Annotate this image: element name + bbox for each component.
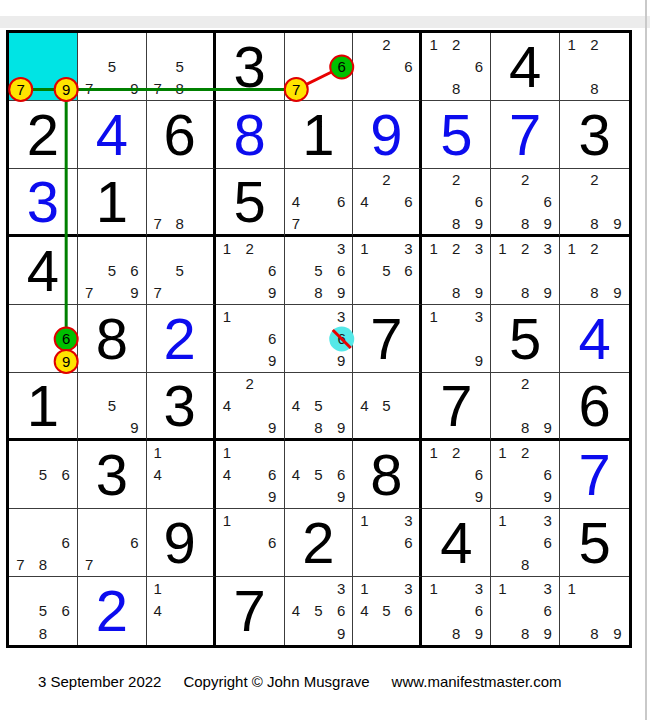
cell-r1c5[interactable] [285, 33, 354, 101]
candidate-slot [32, 350, 55, 372]
cell-r1c4[interactable]: 3 [216, 33, 285, 101]
cell-r6c8[interactable]: 289 [491, 373, 560, 441]
candidate-slot: 5 [101, 395, 124, 417]
candidate-slot [32, 33, 55, 55]
cell-r6c7[interactable]: 7 [422, 373, 491, 441]
candidate-slot [147, 622, 169, 645]
candidate-slot [54, 622, 77, 645]
candidate-slot: 8 [445, 622, 468, 645]
cell-r2c2[interactable]: 4 [78, 101, 147, 169]
candidate-slot [238, 305, 261, 327]
cell-r5c3[interactable]: 2 [147, 305, 216, 373]
candidate-slot [261, 509, 284, 531]
candidate-slot: 3 [397, 509, 419, 531]
cell-r8c3[interactable]: 9 [147, 509, 216, 577]
solved-digit: 3 [9, 169, 77, 234]
cell-r3c4[interactable]: 5 [216, 169, 285, 237]
candidate-slot [514, 531, 537, 553]
candidate-slot: 5 [32, 463, 55, 485]
cell-r3c6[interactable]: 246 [353, 169, 422, 237]
candidate-slot: 4 [285, 191, 308, 213]
cell-r7c3[interactable]: 14 [147, 441, 216, 509]
candidate-grid: 1269 [422, 441, 490, 508]
candidate-slot [191, 78, 213, 100]
candidate-slot: 9 [330, 282, 353, 304]
candidate-slot: 6 [123, 259, 146, 281]
solved-digit: 9 [353, 101, 419, 168]
candidate-slot [330, 441, 353, 463]
candidate-grid: 34569 [285, 577, 353, 645]
candidate-slot [560, 191, 583, 213]
candidate-slot [78, 55, 101, 77]
candidate-slot [216, 486, 239, 508]
given-digit: 6 [560, 373, 629, 438]
candidate-slot [583, 577, 606, 600]
given-digit: 1 [285, 101, 353, 168]
cell-r8c8[interactable]: 1368 [491, 509, 560, 577]
candidate-slot: 8 [583, 622, 606, 645]
candidate-slot [445, 191, 468, 213]
candidate-slot [123, 55, 146, 77]
cell-r6c5[interactable]: 4589 [285, 373, 354, 441]
candidate-slot [307, 191, 330, 213]
candidate-slot [514, 509, 537, 531]
candidate-slot: 3 [468, 577, 491, 600]
cell-r2c3[interactable]: 6 [147, 101, 216, 169]
candidate-slot [169, 237, 191, 259]
candidate-slot [397, 622, 419, 645]
candidate-slot [606, 577, 629, 600]
candidate-slot: 1 [216, 305, 239, 327]
candidate-slot: 6 [54, 531, 77, 553]
candidate-slot: 9 [330, 486, 353, 508]
candidate-slot: 9 [606, 622, 629, 645]
cell-r4c2[interactable]: 5679 [78, 237, 147, 305]
candidate-slot [583, 55, 606, 77]
cell-r3c1[interactable]: 3 [9, 169, 78, 237]
candidate-slot [560, 282, 583, 304]
candidate-slot: 1 [422, 441, 445, 463]
candidate-slot [78, 509, 101, 531]
candidate-slot [285, 416, 308, 438]
candidate-slot [330, 395, 353, 417]
cell-r9c6[interactable]: 13456 [353, 577, 422, 645]
candidate-slot [191, 441, 213, 463]
candidate-slot [147, 169, 169, 191]
candidate-slot [491, 282, 514, 304]
cell-r7c5[interactable]: 4569 [285, 441, 354, 509]
candidate-grid [285, 33, 353, 100]
candidate-slot [445, 577, 468, 600]
candidate-slot [536, 554, 559, 576]
candidate-slot [353, 554, 375, 576]
candidate-slot: 3 [397, 237, 419, 259]
candidate-slot: 1 [422, 305, 445, 327]
cell-r9c9[interactable]: 189 [560, 577, 629, 645]
candidate-slot [583, 259, 606, 281]
cell-r7c7[interactable]: 1269 [422, 441, 491, 509]
cell-r7c6[interactable]: 8 [353, 441, 422, 509]
cell-r5c8[interactable]: 5 [491, 305, 560, 373]
candidate-slot [445, 600, 468, 623]
candidate-slot [123, 33, 146, 55]
cell-r4c9[interactable]: 1289 [560, 237, 629, 305]
candidate-slot [285, 486, 308, 508]
candidate-slot: 9 [468, 622, 491, 645]
cell-r4c3[interactable]: 57 [147, 237, 216, 305]
cell-r2c6[interactable]: 9 [353, 101, 422, 169]
candidate-slot [169, 191, 191, 213]
candidate-slot: 1 [216, 509, 239, 531]
candidate-slot [32, 577, 55, 600]
candidate-slot: 6 [330, 463, 353, 485]
candidate-slot: 9 [261, 282, 284, 304]
candidate-slot: 1 [353, 577, 375, 600]
candidate-slot [491, 531, 514, 553]
candidate-slot [307, 212, 330, 234]
candidate-slot [445, 350, 468, 372]
candidate-slot [375, 531, 397, 553]
candidate-slot [491, 259, 514, 281]
cell-r5c2[interactable]: 8 [78, 305, 147, 373]
candidate-slot [536, 441, 559, 463]
candidate-slot [238, 486, 261, 508]
cell-r6c9[interactable]: 6 [560, 373, 629, 441]
candidate-slot [397, 395, 419, 417]
candidate-slot: 1 [147, 441, 169, 463]
cell-r4c7[interactable]: 12389 [422, 237, 491, 305]
cell-r1c1[interactable] [9, 33, 78, 101]
candidate-slot [422, 259, 445, 281]
candidate-slot [536, 395, 559, 417]
cell-r1c8[interactable]: 4 [491, 33, 560, 101]
candidate-slot [238, 282, 261, 304]
cell-r7c9[interactable]: 7 [560, 441, 629, 509]
cell-r8c1[interactable]: 678 [9, 509, 78, 577]
candidate-slot [468, 441, 491, 463]
candidate-slot: 6 [261, 327, 284, 349]
candidate-slot [54, 55, 77, 77]
cell-r2c7[interactable]: 5 [422, 101, 491, 169]
candidate-slot: 7 [9, 554, 32, 576]
candidate-grid: 467 [285, 169, 353, 234]
candidate-slot [169, 33, 191, 55]
candidate-slot [191, 55, 213, 77]
cell-r6c1[interactable]: 1 [9, 373, 78, 441]
candidate-slot: 3 [536, 237, 559, 259]
candidate-slot [9, 441, 32, 463]
candidate-slot: 8 [583, 78, 606, 100]
cell-r3c2[interactable]: 1 [78, 169, 147, 237]
candidate-grid: 78 [147, 169, 213, 234]
candidate-slot [353, 416, 375, 438]
candidate-slot [375, 577, 397, 600]
candidate-slot [32, 305, 55, 327]
candidate-slot [397, 282, 419, 304]
candidate-slot [353, 282, 375, 304]
candidate-slot: 3 [468, 305, 491, 327]
cell-r4c5[interactable]: 35689 [285, 237, 354, 305]
cell-r9c2[interactable]: 2 [78, 577, 147, 645]
cell-r2c9[interactable]: 3 [560, 101, 629, 169]
candidate-slot: 2 [238, 373, 261, 395]
candidate-slot [261, 237, 284, 259]
cell-r6c6[interactable]: 45 [353, 373, 422, 441]
cell-r8c2[interactable]: 67 [78, 509, 147, 577]
given-digit: 2 [9, 101, 77, 168]
cell-r7c1[interactable]: 56 [9, 441, 78, 509]
candidate-slot [9, 509, 32, 531]
candidate-grid: 12389 [422, 237, 490, 304]
candidate-slot: 6 [123, 531, 146, 553]
candidate-slot: 1 [422, 33, 445, 55]
candidate-slot [468, 78, 491, 100]
cell-r1c3[interactable]: 578 [147, 33, 216, 101]
cell-r5c9[interactable]: 4 [560, 305, 629, 373]
candidate-slot: 6 [54, 600, 77, 623]
candidate-slot: 9 [468, 486, 491, 508]
candidate-slot [32, 509, 55, 531]
candidate-slot [397, 33, 419, 55]
candidate-slot [307, 55, 330, 77]
cell-r5c7[interactable]: 139 [422, 305, 491, 373]
candidate-grid: 14 [147, 441, 213, 508]
cell-r7c2[interactable]: 3 [78, 441, 147, 509]
cell-r5c1[interactable] [9, 305, 78, 373]
candidate-slot: 6 [536, 531, 559, 553]
candidate-slot [216, 531, 239, 553]
candidate-slot [491, 416, 514, 438]
candidate-slot [101, 237, 124, 259]
candidate-grid: 13689 [491, 577, 559, 645]
candidate-slot: 6 [330, 191, 353, 213]
candidate-slot [491, 463, 514, 485]
candidate-slot: 7 [78, 282, 101, 304]
candidate-slot [54, 78, 77, 100]
cell-r4c6[interactable]: 1356 [353, 237, 422, 305]
candidate-slot: 5 [307, 463, 330, 485]
candidate-slot [514, 486, 537, 508]
page: 5795783261268412824681957331785467246268… [0, 0, 650, 720]
candidate-slot: 9 [330, 622, 353, 645]
candidate-slot: 1 [491, 441, 514, 463]
candidate-slot [101, 416, 124, 438]
candidate-grid: 139 [422, 305, 490, 372]
candidate-slot [78, 416, 101, 438]
cell-r3c9[interactable]: 289 [560, 169, 629, 237]
candidate-slot [261, 441, 284, 463]
candidate-slot: 4 [147, 463, 169, 485]
cell-r8c5[interactable]: 2 [285, 509, 354, 577]
candidate-slot: 8 [445, 212, 468, 234]
cell-r1c2[interactable]: 579 [78, 33, 147, 101]
candidate-slot: 9 [468, 282, 491, 304]
footer-date: 3 September 2022 [38, 673, 161, 690]
candidate-slot [606, 55, 629, 77]
candidate-slot [169, 282, 191, 304]
candidate-slot: 6 [536, 463, 559, 485]
candidate-slot: 9 [123, 78, 146, 100]
candidate-slot [307, 237, 330, 259]
candidate-slot: 8 [32, 554, 55, 576]
candidate-slot [583, 191, 606, 213]
candidate-slot [330, 169, 353, 191]
candidate-slot [261, 373, 284, 395]
cell-r3c8[interactable]: 2689 [491, 169, 560, 237]
candidate-slot [261, 305, 284, 327]
candidate-slot [216, 373, 239, 395]
given-digit: 5 [491, 305, 559, 372]
candidate-slot [147, 55, 169, 77]
candidate-slot [422, 78, 445, 100]
candidate-slot [491, 191, 514, 213]
candidate-slot [307, 486, 330, 508]
cell-r2c8[interactable]: 7 [491, 101, 560, 169]
cell-r6c3[interactable]: 3 [147, 373, 216, 441]
window-right-edge [645, 0, 647, 720]
candidate-grid: 4589 [285, 373, 353, 438]
candidate-slot [238, 441, 261, 463]
candidate-slot: 6 [397, 191, 419, 213]
given-digit: 5 [560, 509, 629, 576]
given-digit: 2 [285, 509, 353, 576]
cell-r1c7[interactable]: 1268 [422, 33, 491, 101]
candidate-slot [191, 622, 213, 645]
candidate-slot [307, 305, 330, 327]
cell-r2c5[interactable]: 1 [285, 101, 354, 169]
cell-r8c4[interactable]: 16 [216, 509, 285, 577]
candidate-slot [536, 169, 559, 191]
cell-r3c5[interactable]: 467 [285, 169, 354, 237]
candidate-slot [191, 282, 213, 304]
cell-r7c4[interactable]: 1469 [216, 441, 285, 509]
cell-r5c5[interactable]: 39 [285, 305, 354, 373]
candidate-slot [285, 237, 308, 259]
candidate-slot [191, 600, 213, 623]
candidate-slot: 7 [147, 282, 169, 304]
cell-r2c1[interactable]: 2 [9, 101, 78, 169]
cell-r9c8[interactable]: 13689 [491, 577, 560, 645]
candidate-slot [330, 327, 353, 349]
candidate-slot: 9 [261, 486, 284, 508]
candidate-slot [491, 486, 514, 508]
given-digit: 8 [353, 441, 419, 508]
candidate-grid: 56 [9, 441, 77, 508]
cell-r8c7[interactable]: 4 [422, 509, 491, 577]
candidate-slot: 3 [330, 577, 353, 600]
candidate-grid [9, 33, 77, 100]
candidate-slot: 6 [261, 531, 284, 553]
candidate-slot [491, 395, 514, 417]
candidate-slot: 5 [32, 600, 55, 623]
cell-r5c6[interactable]: 7 [353, 305, 422, 373]
cell-r9c4[interactable]: 7 [216, 577, 285, 645]
candidate-slot [9, 327, 32, 349]
candidate-slot: 1 [491, 509, 514, 531]
candidate-slot [491, 169, 514, 191]
candidate-slot [9, 486, 32, 508]
cell-r1c6[interactable]: 26 [353, 33, 422, 101]
candidate-slot: 6 [468, 55, 491, 77]
candidate-slot [123, 373, 146, 395]
candidate-slot [9, 33, 32, 55]
candidate-slot [397, 78, 419, 100]
candidate-grid: 26 [353, 33, 419, 100]
candidate-slot [54, 509, 77, 531]
cell-r9c7[interactable]: 13689 [422, 577, 491, 645]
cell-r9c5[interactable]: 34569 [285, 577, 354, 645]
candidate-grid: 4569 [285, 441, 353, 508]
candidate-slot: 4 [147, 600, 169, 623]
candidate-slot [468, 327, 491, 349]
candidate-slot: 6 [261, 259, 284, 281]
candidate-slot: 5 [307, 600, 330, 623]
candidate-slot [606, 237, 629, 259]
candidate-slot: 6 [261, 463, 284, 485]
candidate-slot: 1 [422, 577, 445, 600]
candidate-grid: 289 [491, 373, 559, 438]
cell-r4c4[interactable]: 1269 [216, 237, 285, 305]
solved-digit: 4 [78, 101, 146, 168]
candidate-slot [32, 531, 55, 553]
cell-r9c1[interactable]: 568 [9, 577, 78, 645]
cell-r3c7[interactable]: 2689 [422, 169, 491, 237]
candidate-slot: 1 [491, 577, 514, 600]
candidate-grid: 35689 [285, 237, 353, 304]
cell-r1c9[interactable]: 128 [560, 33, 629, 101]
candidate-slot [353, 373, 375, 395]
candidate-grid: 289 [560, 169, 629, 234]
given-digit: 1 [9, 373, 77, 438]
candidate-slot: 9 [468, 350, 491, 372]
cell-r2c4[interactable]: 8 [216, 101, 285, 169]
candidate-slot [169, 463, 191, 485]
candidate-slot: 2 [583, 33, 606, 55]
candidate-slot [32, 441, 55, 463]
candidate-slot [191, 191, 213, 213]
candidate-slot [169, 486, 191, 508]
candidate-slot: 5 [169, 55, 191, 77]
candidate-slot [445, 305, 468, 327]
candidate-slot [285, 55, 308, 77]
candidate-slot: 9 [330, 416, 353, 438]
cell-r7c8[interactable]: 1269 [491, 441, 560, 509]
cell-r6c4[interactable]: 249 [216, 373, 285, 441]
candidate-slot [285, 305, 308, 327]
candidate-slot: 8 [583, 212, 606, 234]
candidate-grid: 169 [216, 305, 284, 372]
candidate-slot [101, 78, 124, 100]
given-digit: 3 [78, 441, 146, 508]
candidate-slot [583, 600, 606, 623]
candidate-slot [191, 486, 213, 508]
candidate-slot [191, 577, 213, 600]
candidate-slot [101, 373, 124, 395]
cell-r3c3[interactable]: 78 [147, 169, 216, 237]
cell-r4c1[interactable]: 4 [9, 237, 78, 305]
cell-r9c3[interactable]: 14 [147, 577, 216, 645]
cell-r8c6[interactable]: 136 [353, 509, 422, 577]
candidate-slot: 9 [606, 282, 629, 304]
candidate-slot [9, 622, 32, 645]
candidate-slot: 1 [560, 33, 583, 55]
cell-r8c9[interactable]: 5 [560, 509, 629, 577]
cell-r5c4[interactable]: 169 [216, 305, 285, 373]
candidate-slot [101, 554, 124, 576]
cell-r4c8[interactable]: 12389 [491, 237, 560, 305]
candidate-slot [54, 554, 77, 576]
cell-r6c2[interactable]: 59 [78, 373, 147, 441]
